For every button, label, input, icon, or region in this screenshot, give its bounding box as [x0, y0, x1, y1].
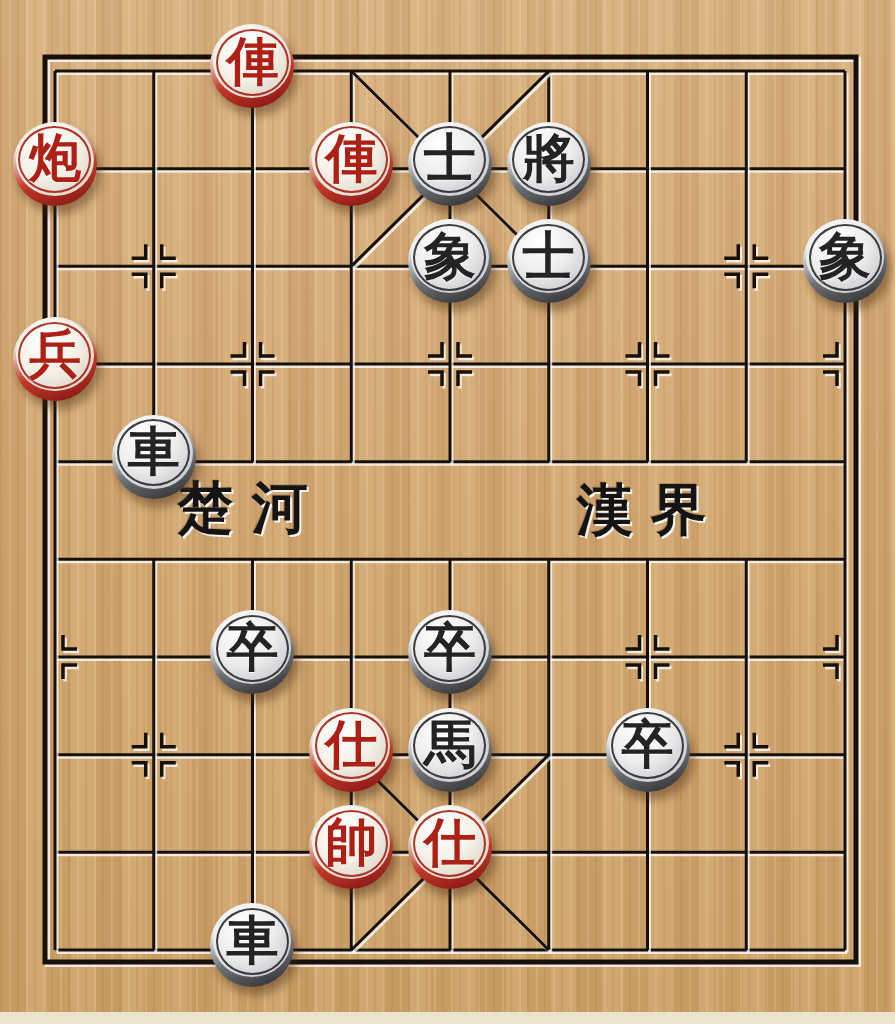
piece-grid: 俥炮俥士將象士象兵車卒卒仕馬卒帥仕車 [6, 22, 895, 999]
piece-face: 兵 [16, 319, 94, 391]
piece-face: 俥 [213, 26, 291, 98]
piece-face: 俥 [312, 124, 390, 196]
piece-black-advisor[interactable]: 士 [408, 122, 492, 206]
board-intersection: 馬 [401, 706, 500, 804]
board-bottom-edge [0, 1012, 895, 1024]
board-intersection: 車 [104, 413, 203, 511]
piece-face: 士 [411, 124, 489, 196]
board-intersection: 仕 [401, 804, 500, 902]
piece-black-elephant[interactable]: 象 [803, 219, 887, 303]
piece-face: 士 [510, 221, 588, 293]
piece-face: 象 [411, 221, 489, 293]
piece-glyph: 象 [424, 230, 476, 282]
piece-red-cannon[interactable]: 炮 [13, 122, 97, 206]
board-intersection: 士 [499, 218, 598, 316]
piece-black-soldier[interactable]: 卒 [606, 708, 690, 792]
piece-black-chariot[interactable]: 車 [210, 903, 294, 987]
piece-face: 仕 [411, 807, 489, 879]
piece-red-soldier[interactable]: 兵 [13, 317, 97, 401]
piece-glyph: 卒 [226, 621, 278, 673]
piece-glyph: 馬 [424, 718, 476, 770]
board-intersection: 俥 [302, 120, 401, 218]
piece-glyph: 士 [523, 230, 575, 282]
piece-black-horse[interactable]: 馬 [408, 708, 492, 792]
piece-glyph: 車 [128, 425, 180, 477]
board-intersection: 卒 [598, 706, 697, 804]
piece-red-chariot[interactable]: 俥 [210, 24, 294, 108]
piece-face: 卒 [213, 612, 291, 684]
xiangqi-board[interactable]: 楚河 漢界 俥炮俥士將象士象兵車卒卒仕馬卒帥仕車 [0, 0, 895, 1024]
piece-glyph: 士 [424, 132, 476, 184]
piece-glyph: 仕 [424, 816, 476, 868]
board-intersection: 將 [499, 120, 598, 218]
board-intersection: 卒 [203, 608, 302, 706]
piece-face: 馬 [411, 710, 489, 782]
piece-red-advisor[interactable]: 仕 [309, 708, 393, 792]
board-intersection: 象 [796, 218, 895, 316]
piece-black-elephant[interactable]: 象 [408, 219, 492, 303]
piece-black-soldier[interactable]: 卒 [210, 610, 294, 694]
piece-black-chariot[interactable]: 車 [112, 415, 196, 499]
board-intersection: 仕 [302, 706, 401, 804]
piece-red-chariot[interactable]: 俥 [309, 122, 393, 206]
board-intersection: 俥 [203, 22, 302, 120]
board-intersection: 炮 [6, 120, 105, 218]
piece-face: 卒 [411, 612, 489, 684]
board-intersection: 帥 [302, 804, 401, 902]
piece-black-general[interactable]: 將 [507, 122, 591, 206]
piece-face: 車 [213, 905, 291, 977]
piece-glyph: 卒 [424, 621, 476, 673]
piece-glyph: 仕 [325, 718, 377, 770]
piece-face: 炮 [16, 124, 94, 196]
piece-glyph: 兵 [29, 328, 81, 380]
piece-face: 將 [510, 124, 588, 196]
board-intersection: 卒 [401, 608, 500, 706]
board-intersection: 象 [401, 218, 500, 316]
piece-face: 象 [806, 221, 884, 293]
board-intersection: 兵 [6, 315, 105, 413]
piece-glyph: 俥 [325, 132, 377, 184]
piece-glyph: 車 [226, 914, 278, 966]
piece-glyph: 炮 [29, 132, 81, 184]
piece-black-soldier[interactable]: 卒 [408, 610, 492, 694]
piece-red-general[interactable]: 帥 [309, 805, 393, 889]
piece-face: 卒 [609, 710, 687, 782]
piece-glyph: 將 [523, 132, 575, 184]
piece-face: 車 [115, 417, 193, 489]
board-intersection: 車 [203, 901, 302, 999]
board-intersection: 士 [401, 120, 500, 218]
piece-glyph: 帥 [325, 816, 377, 868]
piece-glyph: 象 [819, 230, 871, 282]
piece-glyph: 俥 [226, 35, 278, 87]
piece-black-advisor[interactable]: 士 [507, 219, 591, 303]
piece-glyph: 卒 [622, 718, 674, 770]
piece-face: 帥 [312, 807, 390, 879]
piece-red-advisor[interactable]: 仕 [408, 805, 492, 889]
piece-face: 仕 [312, 710, 390, 782]
